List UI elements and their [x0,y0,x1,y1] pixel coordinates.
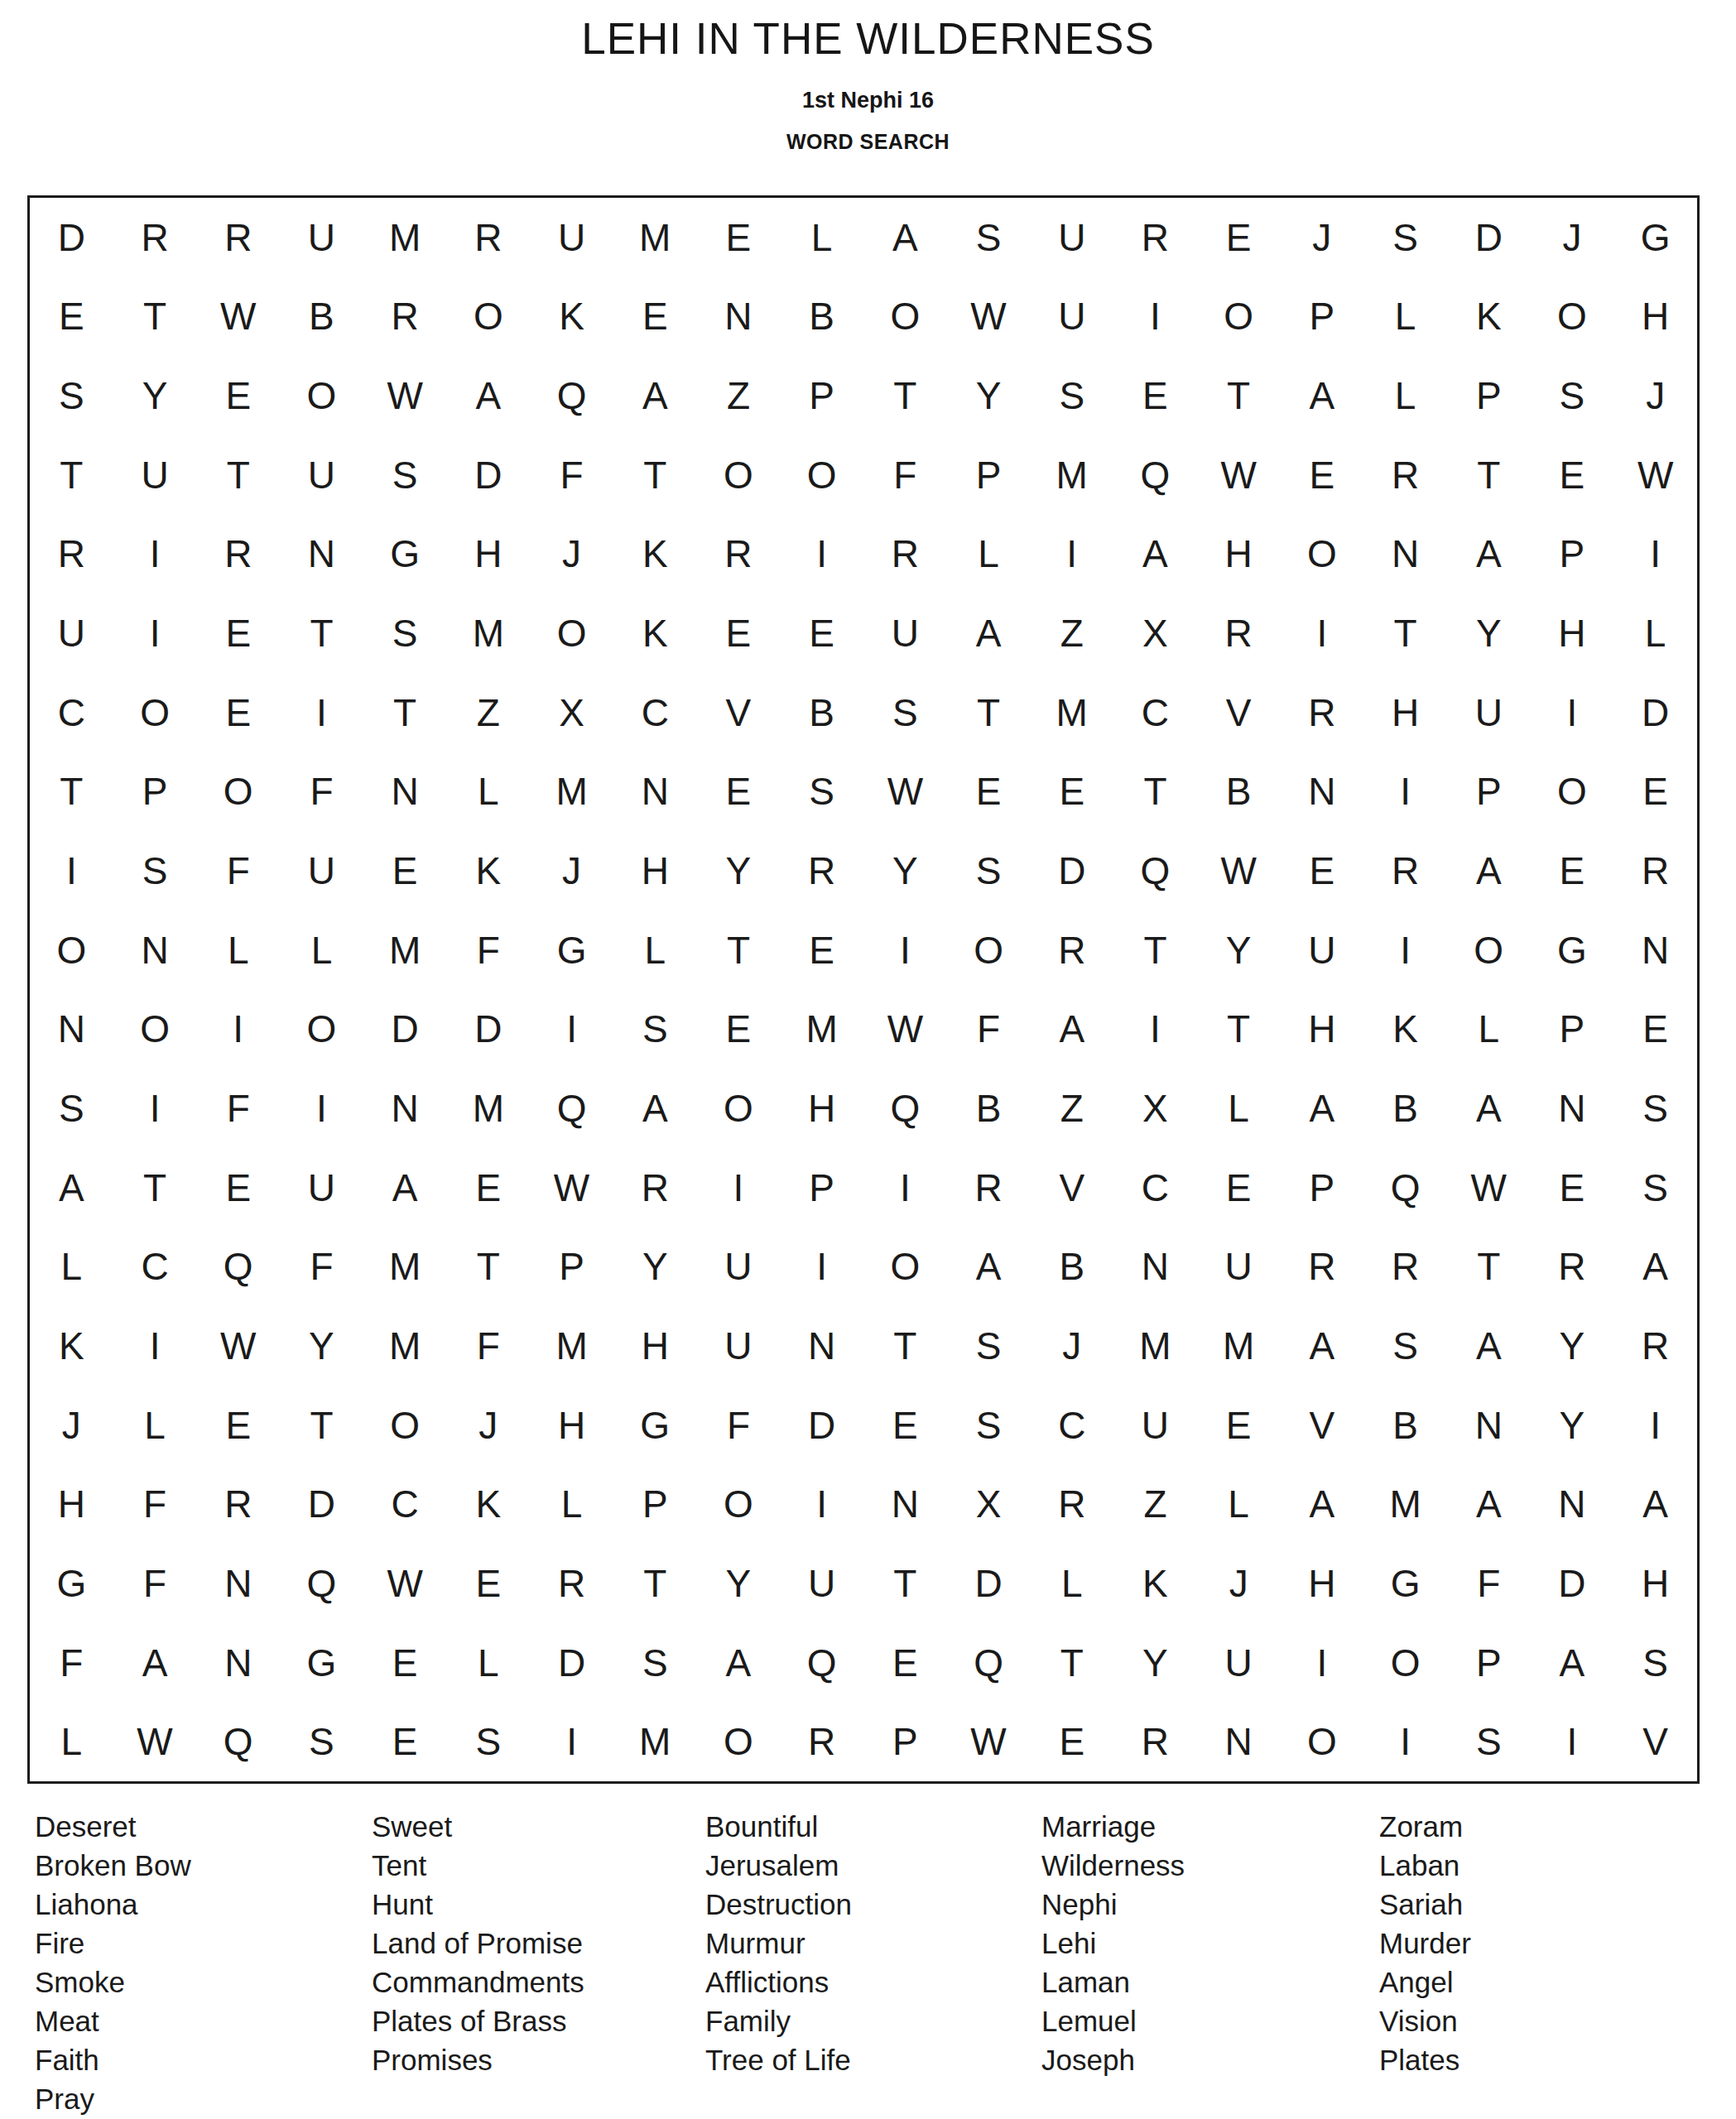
grid-cell: W [363,356,447,435]
grid-cell: R [780,1702,863,1781]
grid-cell: T [863,356,947,435]
grid-cell: F [446,1306,530,1386]
word-list-item: Murmur [705,1924,852,1963]
grid-cell: H [30,1464,113,1544]
grid-cell: F [1447,1544,1531,1623]
grid-cell: Q [1113,435,1197,515]
grid-cell: E [446,1148,530,1228]
grid-cell: S [613,1623,697,1703]
grid-cell: P [613,1464,697,1544]
grid-cell: R [863,515,947,594]
grid-cell: I [1030,515,1113,594]
grid-cell: Y [947,356,1031,435]
grid-cell: P [1531,990,1614,1069]
grid-cell: T [1113,911,1197,990]
grid-cell: G [530,911,613,990]
word-list-item: Liahona [35,1885,191,1924]
grid-cell: R [196,198,280,277]
grid-cell: U [280,1148,363,1228]
grid-cell: U [280,831,363,911]
grid-cell: S [1363,198,1447,277]
grid-cell: Q [196,1702,280,1781]
grid-cell: C [613,673,697,752]
grid-cell: A [1280,1464,1363,1544]
grid-cell: E [363,831,447,911]
grid-cell: B [1363,1069,1447,1148]
grid-cell: S [780,752,863,832]
grid-cell: M [530,752,613,832]
grid-cell: H [1197,515,1281,594]
grid-cell: R [1113,198,1197,277]
grid-cell: H [780,1069,863,1148]
grid-cell: E [1531,1148,1614,1228]
grid-cell: I [30,831,113,911]
grid-cell: N [196,1544,280,1623]
word-list-item: Murder [1379,1924,1471,1963]
grid-cell: W [363,1544,447,1623]
word-list-item: Sweet [372,1807,584,1846]
grid-cell: L [30,1702,113,1781]
grid-cell: B [1363,1386,1447,1465]
scripture-reference: 1st Nephi 16 [0,88,1736,113]
grid-cell: L [947,515,1031,594]
grid-cell: K [446,831,530,911]
grid-cell: N [1613,911,1697,990]
grid-cell: J [30,1386,113,1465]
grid-cell: N [30,990,113,1069]
grid-cell: W [1447,1148,1531,1228]
grid-cell: L [1197,1069,1281,1148]
grid-cell: M [613,198,697,277]
grid-cell: S [1447,1702,1531,1781]
grid-cell: H [613,1306,697,1386]
grid-cell: J [1030,1306,1113,1386]
grid-cell: D [947,1544,1031,1623]
grid-cell: Y [863,831,947,911]
word-list-item: Vision [1379,2001,1471,2040]
grid-cell: F [446,911,530,990]
grid-cell: Q [1363,1148,1447,1228]
grid-cell: A [697,1623,781,1703]
grid-cell: J [446,1386,530,1465]
grid-cell: O [30,911,113,990]
word-list-item: Family [705,2001,852,2040]
grid-cell: T [30,435,113,515]
grid-cell: R [1363,435,1447,515]
word-list-item: Laman [1041,1963,1185,2001]
grid-cell: N [863,1464,947,1544]
word-list-item: Faith [35,2040,191,2079]
grid-cell: T [280,593,363,673]
grid-cell: E [196,593,280,673]
word-list-item: Jerusalem [705,1846,852,1885]
grid-cell: H [1613,1544,1697,1623]
grid-cell: I [196,990,280,1069]
grid-cell: A [1280,1069,1363,1148]
grid-cell: O [530,593,613,673]
grid-cell: I [780,1227,863,1306]
grid-cell: U [1197,1227,1281,1306]
grid-cell: A [1280,356,1363,435]
grid-cell: R [947,1148,1031,1228]
grid-cell: E [1280,831,1363,911]
grid-cell: L [1447,990,1531,1069]
grid-cell: E [30,277,113,357]
grid-cell: K [30,1306,113,1386]
grid-cell: W [196,277,280,357]
grid-cell: T [863,1306,947,1386]
grid-cell: F [280,1227,363,1306]
grid-cell: Z [1113,1464,1197,1544]
word-list-item: Angel [1379,1963,1471,2001]
grid-cell: Z [697,356,781,435]
grid-cell: H [613,831,697,911]
word-list-column: BountifulJerusalemDestructionMurmurAffli… [705,1807,852,2079]
word-list-item: Hunt [372,1885,584,1924]
grid-cell: O [280,356,363,435]
grid-cell: U [1030,198,1113,277]
grid-cell: K [446,1464,530,1544]
grid-cell: V [697,673,781,752]
grid-cell: Y [113,356,197,435]
grid-cell: O [1280,1702,1363,1781]
grid-cell: I [1280,593,1363,673]
grid-cell: M [1197,1306,1281,1386]
grid-cell: O [697,1702,781,1781]
grid-cell: N [780,1306,863,1386]
grid-cell: Z [1030,593,1113,673]
grid-cell: I [1613,515,1697,594]
grid-cell: M [1030,673,1113,752]
grid-cell: Y [697,831,781,911]
grid-cell: S [947,831,1031,911]
word-list-item: Pray [35,2079,191,2118]
grid-cell: B [280,277,363,357]
grid-cell: I [1113,990,1197,1069]
grid-cell: P [1531,515,1614,594]
grid-cell: J [1280,198,1363,277]
grid-cell: N [113,911,197,990]
grid-cell: T [863,1544,947,1623]
grid-cell: H [446,515,530,594]
grid-cell: I [1280,1623,1363,1703]
grid-cell: E [1197,1386,1281,1465]
grid-cell: F [863,435,947,515]
grid-cell: N [1531,1069,1614,1148]
grid-cell: U [1197,1623,1281,1703]
grid-cell: D [280,1464,363,1544]
grid-cell: E [1197,1148,1281,1228]
grid-cell: D [1447,198,1531,277]
grid-cell: O [1197,277,1281,357]
grid-cell: U [113,435,197,515]
grid-cell: O [697,1069,781,1148]
grid-cell: W [1197,831,1281,911]
grid-cell: H [1363,673,1447,752]
word-list-item: Smoke [35,1963,191,2001]
grid-cell: W [863,752,947,832]
grid-cell: I [780,515,863,594]
grid-cell: H [1280,1544,1363,1623]
word-list-item: Meat [35,2001,191,2040]
grid-cell: Y [1113,1623,1197,1703]
grid-cell: R [363,277,447,357]
grid-cell: A [863,198,947,277]
grid-cell: P [863,1702,947,1781]
grid-cell: F [947,990,1031,1069]
grid-cell: A [613,1069,697,1148]
grid-cell: T [363,673,447,752]
grid-cell: H [1531,593,1614,673]
grid-cell: O [113,990,197,1069]
grid-cell: G [1531,911,1614,990]
grid-cell: T [1113,752,1197,832]
word-list-item: Wilderness [1041,1846,1185,1885]
grid-cell: O [947,911,1031,990]
word-list-item: Marriage [1041,1807,1185,1846]
grid-cell: L [1197,1464,1281,1544]
grid-cell: U [280,435,363,515]
grid-cell: E [780,593,863,673]
grid-cell: G [1613,198,1697,277]
grid-cell: S [363,593,447,673]
word-list-item: Tent [372,1846,584,1885]
grid-cell: B [1197,752,1281,832]
grid-cell: A [947,1227,1031,1306]
grid-cell: E [196,356,280,435]
word-list-item: Plates of Brass [372,2001,584,2040]
grid-cell: U [30,593,113,673]
grid-cell: U [863,593,947,673]
grid-cell: C [1030,1386,1113,1465]
word-list-item: Joseph [1041,2040,1185,2079]
word-list-item: Plates [1379,2040,1471,2079]
grid-cell: E [446,1544,530,1623]
grid-cell: A [1447,1464,1531,1544]
grid-cell: S [1613,1069,1697,1148]
grid-cell: E [697,593,781,673]
grid-cell: S [947,1306,1031,1386]
grid-cell: I [113,1306,197,1386]
grid-cell: V [1613,1702,1697,1781]
grid-cell: W [947,277,1031,357]
grid-cell: Q [530,356,613,435]
grid-cell: R [1613,1306,1697,1386]
grid-cell: U [697,1306,781,1386]
grid-cell: I [1531,673,1614,752]
grid-cell: U [1113,1386,1197,1465]
grid-cell: R [113,198,197,277]
grid-cell: R [1531,1227,1614,1306]
grid-cell: T [1197,990,1281,1069]
grid-cell: E [363,1623,447,1703]
grid-cell: L [1363,277,1447,357]
grid-cell: B [1030,1227,1113,1306]
word-list-item: Lemuel [1041,2001,1185,2040]
grid-cell: R [1197,593,1281,673]
grid-cell: T [1363,593,1447,673]
grid-cell: D [1531,1544,1614,1623]
grid-cell: H [1280,990,1363,1069]
grid-cell: O [446,277,530,357]
grid-cell: B [947,1069,1031,1148]
grid-cell: A [113,1623,197,1703]
grid-cell: W [1613,435,1697,515]
grid-cell: E [1531,831,1614,911]
grid-cell: O [780,435,863,515]
grid-cell: S [947,198,1031,277]
grid-cell: E [196,673,280,752]
grid-cell: E [1030,1702,1113,1781]
word-list-column: MarriageWildernessNephiLehiLamanLemuelJo… [1041,1807,1185,2079]
grid-cell: I [280,673,363,752]
grid-cell: C [1113,1148,1197,1228]
grid-cell: O [1363,1623,1447,1703]
grid-cell: Y [1531,1306,1614,1386]
grid-cell: A [1447,831,1531,911]
grid-cell: E [863,1386,947,1465]
grid-cell: O [280,990,363,1069]
word-list-item: Land of Promise [372,1924,584,1963]
grid-cell: P [1447,752,1531,832]
grid-cell: J [1531,198,1614,277]
grid-cell: S [947,1386,1031,1465]
grid-cell: E [196,1148,280,1228]
grid-cell: M [1363,1464,1447,1544]
word-list-item: Fire [35,1924,191,1963]
grid-cell: A [1531,1623,1614,1703]
grid-cell: V [1197,673,1281,752]
grid-cell: R [1030,911,1113,990]
grid-cell: K [1113,1544,1197,1623]
grid-cell: R [1363,831,1447,911]
grid-cell: P [530,1227,613,1306]
grid-cell: R [1280,1227,1363,1306]
grid-cell: I [1363,1702,1447,1781]
grid-cell: A [1280,1306,1363,1386]
grid-cell: O [697,435,781,515]
grid-cell: J [530,831,613,911]
grid-cell: I [113,515,197,594]
word-list-item: Tree of Life [705,2040,852,2079]
grid-cell: N [363,1069,447,1148]
word-list-item: Destruction [705,1885,852,1924]
grid-cell: O [196,752,280,832]
grid-cell: J [1613,356,1697,435]
grid-cell: P [1447,1623,1531,1703]
word-list-item: Broken Bow [35,1846,191,1885]
word-list-item: Deseret [35,1807,191,1846]
grid-cell: G [613,1386,697,1465]
grid-cell: D [363,990,447,1069]
grid-cell: T [613,435,697,515]
grid-cell: F [196,1069,280,1148]
grid-cell: G [363,515,447,594]
word-list-item: Zoram [1379,1807,1471,1846]
grid-cell: T [196,435,280,515]
grid-cell: S [863,673,947,752]
grid-cell: M [363,1227,447,1306]
grid-cell: C [363,1464,447,1544]
grid-cell: U [780,1544,863,1623]
word-list-item: Nephi [1041,1885,1185,1924]
grid-cell: M [446,1069,530,1148]
grid-cell: A [1613,1464,1697,1544]
grid-cell: N [1113,1227,1197,1306]
grid-cell: N [1531,1464,1614,1544]
grid-cell: L [196,911,280,990]
grid-cell: K [1363,990,1447,1069]
grid-cell: L [280,911,363,990]
grid-cell: X [947,1464,1031,1544]
grid-cell: E [196,1386,280,1465]
grid-cell: M [780,990,863,1069]
grid-cell: A [1447,515,1531,594]
grid-cell: X [1113,1069,1197,1148]
grid-cell: Y [1447,593,1531,673]
grid-cell: N [697,277,781,357]
grid-cell: L [780,198,863,277]
grid-cell: M [530,1306,613,1386]
grid-cell: Y [613,1227,697,1306]
word-list-item: Bountiful [705,1807,852,1846]
grid-cell: D [30,198,113,277]
grid-cell: T [947,673,1031,752]
grid-cell: I [863,911,947,990]
grid-cell: J [530,515,613,594]
grid-cell: Z [1030,1069,1113,1148]
grid-cell: R [697,515,781,594]
grid-cell: Q [196,1227,280,1306]
word-list-column: DeseretBroken BowLiahonaFireSmokeMeatFai… [35,1807,191,2118]
grid-cell: P [780,1148,863,1228]
grid-cell: I [697,1148,781,1228]
grid-cell: I [1531,1702,1614,1781]
grid-cell: D [780,1386,863,1465]
grid-cell: U [1447,673,1531,752]
grid-cell: T [697,911,781,990]
grid-cell: A [613,356,697,435]
grid-cell: S [1531,356,1614,435]
grid-cell: F [697,1386,781,1465]
grid-cell: E [1613,752,1697,832]
grid-cell: L [446,752,530,832]
grid-cell: E [1197,198,1281,277]
grid-cell: D [1030,831,1113,911]
grid-cell: C [1113,673,1197,752]
grid-cell: R [780,831,863,911]
grid-cell: N [1363,515,1447,594]
grid-cell: N [613,752,697,832]
grid-cell: E [363,1702,447,1781]
grid-cell: E [1113,356,1197,435]
grid-cell: C [30,673,113,752]
grid-cell: W [947,1702,1031,1781]
grid-cell: O [863,1227,947,1306]
grid-cell: E [697,990,781,1069]
grid-cell: M [1113,1306,1197,1386]
grid-cell: N [363,752,447,832]
grid-cell: U [280,198,363,277]
grid-cell: I [1113,277,1197,357]
grid-cell: I [780,1464,863,1544]
grid-cell: S [1613,1148,1697,1228]
grid-cell: A [1030,990,1113,1069]
grid-cell: W [196,1306,280,1386]
grid-cell: Y [280,1306,363,1386]
grid-cell: I [1363,752,1447,832]
grid-cell: R [196,1464,280,1544]
